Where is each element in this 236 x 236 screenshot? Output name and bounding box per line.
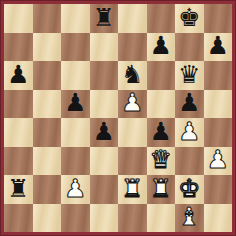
square-a7[interactable]	[4, 33, 33, 62]
square-g8[interactable]: ♚	[175, 4, 204, 33]
piece-white-rook[interactable]: ♜	[121, 176, 143, 201]
square-b5[interactable]	[33, 90, 62, 119]
square-d5[interactable]	[90, 90, 119, 119]
square-c6[interactable]	[61, 61, 90, 90]
square-h4[interactable]	[204, 118, 233, 147]
piece-black-rook[interactable]: ♜	[7, 176, 29, 201]
square-b6[interactable]	[33, 61, 62, 90]
square-g3[interactable]	[175, 147, 204, 176]
piece-white-rook[interactable]: ♜	[150, 176, 172, 201]
square-a8[interactable]	[4, 4, 33, 33]
square-f2[interactable]: ♜	[147, 175, 176, 204]
square-a3[interactable]	[4, 147, 33, 176]
piece-white-pawn[interactable]: ♟	[64, 176, 86, 201]
square-e3[interactable]	[118, 147, 147, 176]
square-c5[interactable]: ♟	[61, 90, 90, 119]
square-h3[interactable]: ♟	[204, 147, 233, 176]
square-e1[interactable]	[118, 204, 147, 233]
square-g2[interactable]: ♚	[175, 175, 204, 204]
square-a2[interactable]: ♜	[4, 175, 33, 204]
piece-black-pawn[interactable]: ♟	[178, 90, 200, 115]
square-f5[interactable]	[147, 90, 176, 119]
square-b1[interactable]	[33, 204, 62, 233]
square-d6[interactable]	[90, 61, 119, 90]
piece-white-bishop[interactable]: ♝	[178, 204, 200, 229]
piece-black-knight[interactable]: ♞	[121, 62, 143, 87]
square-d8[interactable]: ♜	[90, 4, 119, 33]
piece-white-pawn[interactable]: ♟	[207, 147, 229, 172]
square-c1[interactable]	[61, 204, 90, 233]
square-a5[interactable]	[4, 90, 33, 119]
square-f4[interactable]: ♟	[147, 118, 176, 147]
square-f1[interactable]	[147, 204, 176, 233]
square-g1[interactable]: ♝	[175, 204, 204, 233]
square-b2[interactable]	[33, 175, 62, 204]
piece-black-pawn[interactable]: ♟	[93, 119, 115, 144]
piece-black-queen[interactable]: ♛	[178, 62, 200, 87]
square-a4[interactable]	[4, 118, 33, 147]
square-h8[interactable]	[204, 4, 233, 33]
square-f3[interactable]: ♛	[147, 147, 176, 176]
square-d2[interactable]	[90, 175, 119, 204]
piece-black-pawn[interactable]: ♟	[64, 90, 86, 115]
square-d4[interactable]: ♟	[90, 118, 119, 147]
square-d7[interactable]	[90, 33, 119, 62]
piece-black-pawn[interactable]: ♟	[7, 62, 29, 87]
square-c7[interactable]	[61, 33, 90, 62]
square-b7[interactable]	[33, 33, 62, 62]
square-h2[interactable]	[204, 175, 233, 204]
square-g6[interactable]: ♛	[175, 61, 204, 90]
piece-white-queen[interactable]: ♛	[150, 147, 172, 172]
square-b4[interactable]	[33, 118, 62, 147]
piece-white-pawn[interactable]: ♟	[178, 119, 200, 144]
piece-black-pawn[interactable]: ♟	[150, 33, 172, 58]
square-f7[interactable]: ♟	[147, 33, 176, 62]
square-b8[interactable]	[33, 4, 62, 33]
square-h7[interactable]: ♟	[204, 33, 233, 62]
square-e6[interactable]: ♞	[118, 61, 147, 90]
square-a6[interactable]: ♟	[4, 61, 33, 90]
square-f6[interactable]	[147, 61, 176, 90]
piece-black-pawn[interactable]: ♟	[207, 33, 229, 58]
square-h1[interactable]	[204, 204, 233, 233]
chess-board: ♜♚♟♟♟♞♛♟♟♟♟♟♟♛♟♜♟♜♜♚♝	[4, 4, 232, 232]
square-d1[interactable]	[90, 204, 119, 233]
square-h5[interactable]	[204, 90, 233, 119]
square-d3[interactable]	[90, 147, 119, 176]
square-a1[interactable]	[4, 204, 33, 233]
square-e4[interactable]	[118, 118, 147, 147]
square-g4[interactable]: ♟	[175, 118, 204, 147]
square-c2[interactable]: ♟	[61, 175, 90, 204]
board-frame: ♜♚♟♟♟♞♛♟♟♟♟♟♟♛♟♜♟♜♜♚♝	[0, 0, 236, 236]
square-g5[interactable]: ♟	[175, 90, 204, 119]
square-c8[interactable]	[61, 4, 90, 33]
square-e8[interactable]	[118, 4, 147, 33]
square-g7[interactable]	[175, 33, 204, 62]
square-e7[interactable]	[118, 33, 147, 62]
square-h6[interactable]	[204, 61, 233, 90]
piece-white-pawn[interactable]: ♟	[121, 90, 143, 115]
square-b3[interactable]	[33, 147, 62, 176]
piece-white-king[interactable]: ♚	[178, 176, 200, 201]
piece-black-king[interactable]: ♚	[178, 5, 200, 30]
piece-black-pawn[interactable]: ♟	[150, 119, 172, 144]
square-f8[interactable]	[147, 4, 176, 33]
square-e5[interactable]: ♟	[118, 90, 147, 119]
square-c4[interactable]	[61, 118, 90, 147]
piece-black-rook[interactable]: ♜	[93, 5, 115, 30]
square-e2[interactable]: ♜	[118, 175, 147, 204]
square-c3[interactable]	[61, 147, 90, 176]
